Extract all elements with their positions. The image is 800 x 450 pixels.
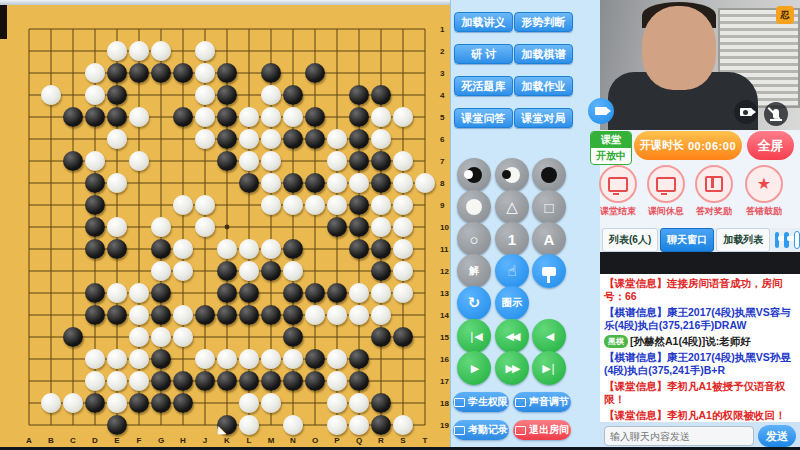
- black-stone-L13: [239, 283, 259, 303]
- circle-mark-icon[interactable]: ○: [457, 222, 491, 256]
- white-stone-Q14: [349, 305, 369, 325]
- floating-camera-button[interactable]: [588, 98, 614, 124]
- svg-text:A: A: [26, 436, 32, 445]
- chat-tab-bar: 列表(6人)聊天窗口加载列表: [600, 228, 800, 252]
- lesson-button-6[interactable]: 加载作业: [514, 76, 573, 96]
- svg-text:8: 8: [440, 179, 445, 188]
- svg-text:E: E: [114, 436, 120, 445]
- svg-text:T: T: [423, 436, 428, 445]
- svg-text:7: 7: [440, 157, 445, 166]
- black-stone-H18: [173, 393, 193, 413]
- black-stone-C15: [63, 327, 83, 347]
- black-stone-D8: [85, 173, 105, 193]
- black-stone-Q9: [349, 195, 369, 215]
- step-back-button[interactable]: ◀: [532, 319, 566, 353]
- chat-message-5: 【课堂信息】李初凡A1被授予仅语音权限！: [604, 380, 796, 406]
- right-panel: 忍 课堂 开放中 开课时长 00:06:00 全屏 课堂结束课间休息答对奖励★答…: [600, 0, 800, 450]
- monitor-icon: [647, 165, 685, 203]
- black-stone-G3: [151, 63, 171, 83]
- white-stone-J16: [195, 349, 215, 369]
- chat-message-3: 黑棋[孙赫然A1(4段)]说:老师好: [604, 335, 796, 348]
- svg-text:N: N: [290, 436, 296, 445]
- black-stone-C7: [63, 151, 83, 171]
- white-stone-L12: [239, 261, 259, 281]
- white-stone-K11: [217, 239, 237, 259]
- black-stone-K6: [217, 129, 237, 149]
- white-stone-D16: [85, 349, 105, 369]
- white-stone-R9: [371, 195, 391, 215]
- white-stone-P18: [327, 393, 347, 413]
- svg-text:14: 14: [440, 311, 449, 320]
- black-stone-L17: [239, 371, 259, 391]
- tab-3[interactable]: 加载列表: [716, 228, 770, 252]
- white-stone-S12: [393, 261, 413, 281]
- black-stone-Q6: [349, 129, 369, 149]
- svg-text:12: 12: [440, 267, 449, 276]
- svg-text:11: 11: [440, 245, 449, 254]
- white-stone-M11: [261, 239, 281, 259]
- white-stone-O9: [305, 195, 325, 215]
- white-stone-F14: [129, 305, 149, 325]
- letter-mark-icon[interactable]: A: [532, 222, 566, 256]
- white-stone-S9: [393, 195, 413, 215]
- white-stone-E18: [107, 393, 127, 413]
- mic-off-icon: [773, 109, 779, 119]
- fullscreen-button[interactable]: 全屏: [747, 131, 794, 160]
- black-stone-R12: [371, 261, 391, 281]
- white-stone-H9: [173, 195, 193, 215]
- camera-icon: [595, 107, 607, 115]
- black-stone-E5: [107, 107, 127, 127]
- black-stone-E19: [107, 415, 127, 435]
- white-stone-P7: [327, 151, 347, 171]
- white-stone-P6: [327, 129, 347, 149]
- white-stone-Q19: [349, 415, 369, 435]
- white-stone-C18: [63, 393, 83, 413]
- black-stone-P10: [327, 217, 347, 237]
- black-stone-G18: [151, 393, 171, 413]
- white-stone-H12: [173, 261, 193, 281]
- svg-text:O: O: [312, 436, 318, 445]
- white-stone-E8: [107, 173, 127, 193]
- white-stone-N9: [283, 195, 303, 215]
- white-stone-R13: [371, 283, 391, 303]
- white-stone-E2: [107, 41, 127, 61]
- black-stone-S15: [393, 327, 413, 347]
- white-stone-Q13: [349, 283, 369, 303]
- svg-text:J: J: [203, 436, 207, 445]
- black-stone-O17: [305, 371, 325, 391]
- chat-message-2: 【棋谱信息】康王2017(4段)执黑VS容与乐(4段)执白(375,216手)D…: [604, 306, 796, 332]
- black-stone-E14: [107, 305, 127, 325]
- rank-badge: 黑棋: [604, 335, 628, 348]
- black-stone-D13: [85, 283, 105, 303]
- black-stone-O13: [305, 283, 325, 303]
- svg-text:9: 9: [440, 201, 445, 210]
- mic-mute-button[interactable]: [764, 102, 788, 126]
- circle-show-button[interactable]: 圈示: [495, 286, 529, 320]
- fast-rewind-button[interactable]: ◀◀: [495, 319, 529, 353]
- svg-text:L: L: [247, 436, 252, 445]
- chat-top-strip: [600, 252, 800, 274]
- black-stone-O3: [305, 63, 325, 83]
- white-stone-D3: [85, 63, 105, 83]
- volume-icon: [515, 398, 526, 407]
- white-stone-N16: [283, 349, 303, 369]
- white-stone-J3: [195, 63, 215, 83]
- play-button[interactable]: ▶: [457, 351, 491, 385]
- white-stone-G10: [151, 217, 171, 237]
- paint-roller-tool-icon[interactable]: [532, 254, 566, 288]
- white-stone-J9: [195, 195, 215, 215]
- lesson-button-7[interactable]: 课堂问答: [454, 108, 513, 128]
- white-stone-M9: [261, 195, 281, 215]
- black-stone-Q16: [349, 349, 369, 369]
- white-stone-F7: [129, 151, 149, 171]
- chat-message-1: 【课堂信息】连接房间语音成功，房间号：66: [604, 277, 796, 303]
- white-stone-M6: [261, 129, 281, 149]
- black-stone-Q4: [349, 85, 369, 105]
- svg-text:M: M: [268, 436, 275, 445]
- white-stone-E16: [107, 349, 127, 369]
- black-stone-D14: [85, 305, 105, 325]
- white-stone-G12: [151, 261, 171, 281]
- white-stone-D4: [85, 85, 105, 105]
- lesson-button-5[interactable]: 死活题库: [454, 76, 513, 96]
- white-stone-S5: [393, 107, 413, 127]
- white-stone-M18: [261, 393, 281, 413]
- white-stone-L11: [239, 239, 259, 259]
- black-stone-Q17: [349, 371, 369, 391]
- black-stone-R4: [371, 85, 391, 105]
- white-stone-Q18: [349, 393, 369, 413]
- black-stone-O8: [305, 173, 325, 193]
- black-stone-D18: [85, 393, 105, 413]
- white-stone-S11: [393, 239, 413, 259]
- class-timer: 开课时长 00:06:00: [634, 131, 742, 160]
- black-stone-N11: [283, 239, 303, 259]
- attendance-button[interactable]: 考勤记录: [453, 420, 509, 440]
- white-stone-S19: [393, 415, 413, 435]
- black-stone-G11: [151, 239, 171, 259]
- quick-action-4[interactable]: ★答错鼓励: [742, 165, 786, 218]
- white-stone-J5: [195, 107, 215, 127]
- chat-input-bar: 发送: [600, 422, 800, 450]
- white-stone-L18: [239, 393, 259, 413]
- student-permission-button[interactable]: 学生权限: [453, 392, 509, 412]
- white-stone-H11: [173, 239, 193, 259]
- hand-pointer-tool-icon[interactable]: ☝: [495, 254, 529, 288]
- black-stone-R8: [371, 173, 391, 193]
- black-stone-R15: [371, 327, 391, 347]
- volume-button[interactable]: 声音调节: [513, 392, 571, 412]
- black-stone-R7: [371, 151, 391, 171]
- black-stone-M3: [261, 63, 281, 83]
- chat-bubble-icon[interactable]: [775, 232, 779, 248]
- black-stone-Q7: [349, 151, 369, 171]
- black-stone-K19: ◣: [217, 415, 237, 435]
- black-stone-D10: [85, 217, 105, 237]
- black-stone-Q10: [349, 217, 369, 237]
- chat-input[interactable]: [604, 426, 754, 446]
- gift-icon: [695, 165, 733, 203]
- black-stone-G14: [151, 305, 171, 325]
- svg-text:3: 3: [440, 69, 445, 78]
- black-stone-K3: [217, 63, 237, 83]
- voice-mic-icon[interactable]: [794, 231, 800, 249]
- tab-2[interactable]: 聊天窗口: [660, 228, 714, 252]
- teacher-video: 忍: [600, 0, 800, 130]
- black-stone-O6: [305, 129, 325, 149]
- white-stone-R10: [371, 217, 391, 237]
- svg-text:K: K: [224, 436, 230, 445]
- black-stone-N8: [283, 173, 303, 193]
- black-stone-N17: [283, 371, 303, 391]
- svg-text:D: D: [92, 436, 98, 445]
- teacher-face: [642, 6, 716, 90]
- black-stone-O5: [305, 107, 325, 127]
- white-stone-M7: [261, 151, 281, 171]
- black-stone-O16: [305, 349, 325, 369]
- black-stone-E3: [107, 63, 127, 83]
- svg-text:H: H: [180, 436, 186, 445]
- black-stone-N13: [283, 283, 303, 303]
- number-mark-icon[interactable]: 1: [495, 222, 529, 256]
- black-stone-N4: [283, 85, 303, 105]
- black-stone-D5: [85, 107, 105, 127]
- black-stone-J17: [195, 371, 215, 391]
- quick-action-2[interactable]: 课间休息: [644, 165, 688, 218]
- svg-text:2: 2: [440, 47, 445, 56]
- exit-icon: [515, 426, 526, 435]
- white-stone-E10: [107, 217, 127, 237]
- send-button[interactable]: 发送: [758, 425, 796, 447]
- white-stone-M16: [261, 349, 281, 369]
- white-stone-P9: [327, 195, 347, 215]
- black-stone-L8: [239, 173, 259, 193]
- lesson-button-8[interactable]: 课堂对局: [514, 108, 573, 128]
- message-list-icon[interactable]: [784, 232, 788, 248]
- go-board-pane: ABCDEFGHJKLMNOPQRST123456789101112131415…: [0, 0, 450, 450]
- white-stone-tool-icon[interactable]: [457, 190, 491, 224]
- mark-black-white-icon[interactable]: [457, 158, 491, 192]
- white-stone-S10: [393, 217, 413, 237]
- black-stone-E4: [107, 85, 127, 105]
- goban-grid[interactable]: ◣: [18, 18, 436, 436]
- svg-text:13: 13: [440, 289, 449, 298]
- app-window: ABCDEFGHJKLMNOPQRST123456789101112131415…: [0, 0, 800, 450]
- tab-1[interactable]: 列表(6人): [602, 228, 658, 252]
- white-stone-L7: [239, 151, 259, 171]
- svg-text:G: G: [158, 436, 164, 445]
- black-stone-J14: [195, 305, 215, 325]
- white-stone-R14: [371, 305, 391, 325]
- white-stone-E13: [107, 283, 127, 303]
- white-stone-J6: [195, 129, 215, 149]
- badge-bottom-label: 开放中: [591, 148, 631, 163]
- white-stone-B18: [41, 393, 61, 413]
- square-mark-icon[interactable]: □: [532, 190, 566, 224]
- white-stone-P19: [327, 415, 347, 435]
- white-stone-R6: [371, 129, 391, 149]
- app-logo: 忍: [776, 6, 794, 24]
- skip-end-button[interactable]: ▶❘: [532, 351, 566, 385]
- lesson-button-3[interactable]: 研 讨: [454, 44, 513, 64]
- answer-tool-button[interactable]: 解: [457, 254, 491, 288]
- svg-text:18: 18: [440, 399, 449, 408]
- black-stone-K17: [217, 371, 237, 391]
- white-stone-F16: [129, 349, 149, 369]
- white-stone-P8: [327, 173, 347, 193]
- black-stone-F18: [129, 393, 149, 413]
- white-stone-E6: [107, 129, 127, 149]
- white-stone-M4: [261, 85, 281, 105]
- quick-action-3[interactable]: 答对奖励: [692, 165, 736, 218]
- svg-text:19: 19: [440, 421, 449, 430]
- black-stone-M14: [261, 305, 281, 325]
- white-stone-Q8: [349, 173, 369, 193]
- white-stone-L16: [239, 349, 259, 369]
- black-stone-H17: [173, 371, 193, 391]
- white-stone-P17: [327, 371, 347, 391]
- white-stone-P14: [327, 305, 347, 325]
- medal-icon: ★: [745, 165, 783, 203]
- white-stone-D17: [85, 371, 105, 391]
- white-stone-J4: [195, 85, 215, 105]
- white-stone-R5: [371, 107, 391, 127]
- black-stone-K4: [217, 85, 237, 105]
- white-stone-L6: [239, 129, 259, 149]
- skip-start-button[interactable]: ❘◀: [457, 319, 491, 353]
- white-stone-F13: [129, 283, 149, 303]
- white-stone-F5: [129, 107, 149, 127]
- white-stone-T8: [415, 173, 435, 193]
- quick-action-1[interactable]: 课堂结束: [596, 165, 640, 218]
- svg-text:1: 1: [440, 25, 445, 34]
- control-panel: 加载讲义形势判断研 讨加载棋谱死活题库加载作业课堂问答课堂对局 △□○1A解☝↻…: [450, 0, 601, 450]
- white-stone-L19: [239, 415, 259, 435]
- chat-message-list[interactable]: 【课堂信息】连接房间语音成功，房间号：66【棋谱信息】康王2017(4段)执黑V…: [600, 274, 800, 422]
- svg-text:4: 4: [440, 91, 445, 100]
- black-stone-P13: [327, 283, 347, 303]
- black-stone-K13: [217, 283, 237, 303]
- svg-text:S: S: [400, 436, 406, 445]
- attendance-icon: [454, 426, 465, 435]
- svg-text:17: 17: [440, 377, 449, 386]
- white-stone-N5: [283, 107, 303, 127]
- white-stone-M8: [261, 173, 281, 193]
- camera-button[interactable]: [734, 100, 758, 124]
- black-stone-L14: [239, 305, 259, 325]
- timer-value: 00:06:00: [688, 140, 736, 152]
- monitor-icon: [599, 165, 637, 203]
- class-open-badge: 课堂 开放中: [590, 131, 632, 165]
- badge-top-label: 课堂: [591, 132, 631, 148]
- black-stone-M17: [261, 371, 281, 391]
- mark-white-black-icon[interactable]: [495, 158, 529, 192]
- black-stone-F3: [129, 63, 149, 83]
- black-stone-K14: [217, 305, 237, 325]
- lesson-button-2[interactable]: 形势判断: [514, 12, 573, 32]
- white-stone-P16: [327, 349, 347, 369]
- white-stone-N19: [283, 415, 303, 435]
- black-stone-R19: [371, 415, 391, 435]
- black-stone-K7: [217, 151, 237, 171]
- last-move-marker: ◣: [218, 424, 226, 435]
- student-permission-icon: [454, 398, 465, 407]
- white-stone-J2: [195, 41, 215, 61]
- white-stone-S7: [393, 151, 413, 171]
- svg-text:6: 6: [440, 135, 445, 144]
- white-stone-N12: [283, 261, 303, 281]
- white-stone-F17: [129, 371, 149, 391]
- black-stone-H3: [173, 63, 193, 83]
- black-stone-C5: [63, 107, 83, 127]
- black-stone-G13: [151, 283, 171, 303]
- white-stone-F15: [129, 327, 149, 347]
- svg-text:R: R: [378, 436, 384, 445]
- black-stone-G16: [151, 349, 171, 369]
- black-stone-M12: [261, 261, 281, 281]
- white-stone-S8: [393, 173, 413, 193]
- black-stone-N6: [283, 129, 303, 149]
- white-stone-G15: [151, 327, 171, 347]
- svg-text:5: 5: [440, 113, 445, 122]
- camera-icon: [740, 108, 752, 116]
- white-stone-H14: [173, 305, 193, 325]
- black-stone-tool-icon[interactable]: [532, 158, 566, 192]
- black-stone-R18: [371, 393, 391, 413]
- timer-label: 开课时长: [640, 138, 684, 153]
- svg-text:10: 10: [440, 223, 449, 232]
- svg-text:Q: Q: [356, 436, 362, 445]
- black-stone-D9: [85, 195, 105, 215]
- white-stone-S13: [393, 283, 413, 303]
- white-stone-F2: [129, 41, 149, 61]
- lesson-button-4[interactable]: 加载棋谱: [514, 44, 573, 64]
- triangle-mark-icon[interactable]: △: [495, 190, 529, 224]
- fast-forward-button[interactable]: ▶▶: [495, 351, 529, 385]
- black-stone-N14: [283, 305, 303, 325]
- white-stone-B4: [41, 85, 61, 105]
- white-stone-O14: [305, 305, 325, 325]
- exit-room-button[interactable]: 退出房间: [513, 420, 571, 440]
- white-stone-E17: [107, 371, 127, 391]
- black-stone-G17: [151, 371, 171, 391]
- svg-text:B: B: [48, 436, 54, 445]
- black-stone-K5: [217, 107, 237, 127]
- svg-text:16: 16: [440, 355, 449, 364]
- lesson-button-1[interactable]: 加载讲义: [454, 12, 513, 32]
- svg-text:C: C: [70, 436, 76, 445]
- black-stone-K12: [217, 261, 237, 281]
- black-stone-N15: [283, 327, 303, 347]
- black-stone-D11: [85, 239, 105, 259]
- white-stone-L5: [239, 107, 259, 127]
- chat-message-6: 【课堂信息】李初凡A1的权限被收回！: [604, 409, 796, 422]
- white-stone-M5: [261, 107, 281, 127]
- black-stone-H5: [173, 107, 193, 127]
- white-stone-H15: [173, 327, 193, 347]
- svg-text:15: 15: [440, 333, 449, 342]
- white-stone-J10: [195, 217, 215, 237]
- svg-text:F: F: [137, 436, 142, 445]
- refresh-button[interactable]: ↻: [457, 286, 491, 320]
- black-stone-E11: [107, 239, 127, 259]
- chat-message-4: 【棋谱信息】康王2017(4段)执黑VS孙昱(4段)执白(375,241手)B+…: [604, 351, 796, 377]
- svg-text:P: P: [334, 436, 340, 445]
- black-stone-R11: [371, 239, 391, 259]
